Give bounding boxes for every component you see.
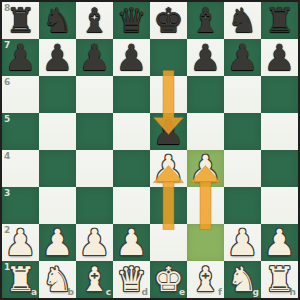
piece-white-queen[interactable]: ♛ — [113, 261, 150, 298]
square-f5[interactable] — [187, 113, 224, 150]
square-a6[interactable]: 6 — [2, 76, 39, 113]
piece-white-pawn[interactable]: ♟ — [39, 224, 76, 261]
square-d5[interactable] — [113, 113, 150, 150]
square-e8[interactable]: ♚ — [150, 2, 187, 39]
square-e5[interactable]: ♟ — [150, 113, 187, 150]
piece-white-pawn[interactable]: ♟ — [76, 224, 113, 261]
square-d7[interactable]: ♟ — [113, 39, 150, 76]
square-h5[interactable] — [261, 113, 298, 150]
piece-black-pawn[interactable]: ♟ — [113, 39, 150, 76]
square-g8[interactable]: ♞ — [224, 2, 261, 39]
square-f3[interactable] — [187, 187, 224, 224]
square-g5[interactable] — [224, 113, 261, 150]
square-e4[interactable]: ♟ — [150, 150, 187, 187]
piece-black-rook[interactable]: ♜ — [2, 2, 39, 39]
square-d2[interactable]: ♟ — [113, 224, 150, 261]
square-h7[interactable]: ♟ — [261, 39, 298, 76]
piece-black-pawn[interactable]: ♟ — [2, 39, 39, 76]
square-b1[interactable]: b♞ — [39, 261, 76, 298]
square-g3[interactable] — [224, 187, 261, 224]
square-h2[interactable]: ♟ — [261, 224, 298, 261]
piece-black-pawn[interactable]: ♟ — [39, 39, 76, 76]
square-e1[interactable]: e♚ — [150, 261, 187, 298]
square-e7[interactable] — [150, 39, 187, 76]
piece-black-bishop[interactable]: ♝ — [76, 2, 113, 39]
square-c6[interactable] — [76, 76, 113, 113]
piece-white-pawn[interactable]: ♟ — [261, 224, 298, 261]
square-b2[interactable]: ♟ — [39, 224, 76, 261]
piece-black-rook[interactable]: ♜ — [261, 2, 298, 39]
piece-white-pawn[interactable]: ♟ — [2, 224, 39, 261]
square-g6[interactable] — [224, 76, 261, 113]
piece-white-rook[interactable]: ♜ — [2, 261, 39, 298]
piece-black-pawn[interactable]: ♟ — [187, 39, 224, 76]
square-a1[interactable]: 1a♜ — [2, 261, 39, 298]
square-g2[interactable]: ♟ — [224, 224, 261, 261]
square-h4[interactable] — [261, 150, 298, 187]
rank-label-4: 4 — [4, 152, 10, 161]
square-c7[interactable]: ♟ — [76, 39, 113, 76]
square-e2[interactable] — [150, 224, 187, 261]
piece-white-pawn[interactable]: ♟ — [187, 150, 224, 187]
square-a4[interactable]: 4 — [2, 150, 39, 187]
piece-black-knight[interactable]: ♞ — [39, 2, 76, 39]
square-d6[interactable] — [113, 76, 150, 113]
piece-white-knight[interactable]: ♞ — [39, 261, 76, 298]
piece-black-pawn[interactable]: ♟ — [224, 39, 261, 76]
square-c2[interactable]: ♟ — [76, 224, 113, 261]
square-f2[interactable] — [187, 224, 224, 261]
square-c1[interactable]: c♝ — [76, 261, 113, 298]
square-f7[interactable]: ♟ — [187, 39, 224, 76]
square-a2[interactable]: 2♟ — [2, 224, 39, 261]
rank-label-6: 6 — [4, 78, 10, 87]
square-b4[interactable] — [39, 150, 76, 187]
square-f4[interactable]: ♟ — [187, 150, 224, 187]
square-d4[interactable] — [113, 150, 150, 187]
square-h8[interactable]: ♜ — [261, 2, 298, 39]
square-g7[interactable]: ♟ — [224, 39, 261, 76]
square-b3[interactable] — [39, 187, 76, 224]
square-b8[interactable]: ♞ — [39, 2, 76, 39]
piece-white-pawn[interactable]: ♟ — [113, 224, 150, 261]
piece-black-knight[interactable]: ♞ — [224, 2, 261, 39]
square-f6[interactable] — [187, 76, 224, 113]
square-g4[interactable] — [224, 150, 261, 187]
square-d3[interactable] — [113, 187, 150, 224]
square-c5[interactable] — [76, 113, 113, 150]
piece-white-knight[interactable]: ♞ — [224, 261, 261, 298]
square-c8[interactable]: ♝ — [76, 2, 113, 39]
piece-black-pawn[interactable]: ♟ — [150, 113, 187, 150]
piece-black-bishop[interactable]: ♝ — [187, 2, 224, 39]
square-a8[interactable]: 8♜ — [2, 2, 39, 39]
square-a7[interactable]: 7♟ — [2, 39, 39, 76]
square-a3[interactable]: 3 — [2, 187, 39, 224]
square-c3[interactable] — [76, 187, 113, 224]
piece-white-rook[interactable]: ♜ — [261, 261, 298, 298]
square-d8[interactable]: ♛ — [113, 2, 150, 39]
board-frame: 8♜♞♝♛♚♝♞♜7♟♟♟♟♟♟♟65♟4♟♟32♟♟♟♟♟♟1a♜b♞c♝d♛… — [0, 0, 300, 300]
piece-white-bishop[interactable]: ♝ — [187, 261, 224, 298]
piece-black-pawn[interactable]: ♟ — [261, 39, 298, 76]
square-g1[interactable]: g♞ — [224, 261, 261, 298]
rank-label-3: 3 — [4, 189, 10, 198]
square-f1[interactable]: f♝ — [187, 261, 224, 298]
piece-black-pawn[interactable]: ♟ — [76, 39, 113, 76]
square-d1[interactable]: d♛ — [113, 261, 150, 298]
piece-white-pawn[interactable]: ♟ — [150, 150, 187, 187]
square-h6[interactable] — [261, 76, 298, 113]
piece-black-queen[interactable]: ♛ — [113, 2, 150, 39]
square-e6[interactable] — [150, 76, 187, 113]
square-e3[interactable] — [150, 187, 187, 224]
square-b5[interactable] — [39, 113, 76, 150]
piece-black-king[interactable]: ♚ — [150, 2, 187, 39]
chess-board: 8♜♞♝♛♚♝♞♜7♟♟♟♟♟♟♟65♟4♟♟32♟♟♟♟♟♟1a♜b♞c♝d♛… — [2, 2, 298, 298]
square-b7[interactable]: ♟ — [39, 39, 76, 76]
piece-white-bishop[interactable]: ♝ — [76, 261, 113, 298]
square-h1[interactable]: h♜ — [261, 261, 298, 298]
square-f8[interactable]: ♝ — [187, 2, 224, 39]
rank-label-5: 5 — [4, 115, 10, 124]
square-b6[interactable] — [39, 76, 76, 113]
square-h3[interactable] — [261, 187, 298, 224]
piece-white-pawn[interactable]: ♟ — [224, 224, 261, 261]
piece-white-king[interactable]: ♚ — [150, 261, 187, 298]
square-a5[interactable]: 5 — [2, 113, 39, 150]
square-c4[interactable] — [76, 150, 113, 187]
